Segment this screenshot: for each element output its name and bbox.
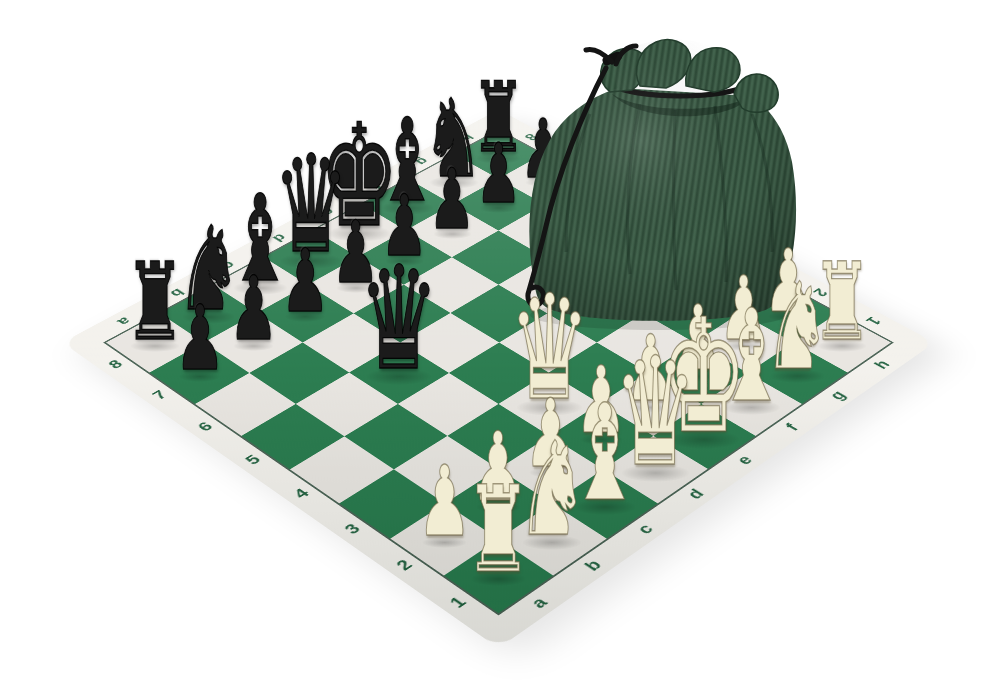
file-label-bottom-a: a [521,591,556,615]
drawstring-piece-bag [490,22,810,332]
rank-label-left-7: 7 [144,385,176,405]
scene: aabbccddeeffgghh1122334455667788 ♜♞♝♛♚♝♞… [0,0,1000,700]
file-label-bottom-b: b [575,553,610,576]
rank-label-left-5: 5 [236,449,269,470]
rank-label-left-8: 8 [100,355,131,374]
rank-label-left-6: 6 [189,417,221,438]
file-label-bottom-h: h [866,355,897,374]
file-label-bottom-g: g [821,385,853,405]
file-label-bottom-e: e [728,449,761,470]
file-label-bottom-c: c [628,518,662,541]
file-label-bottom-f: f [775,417,807,438]
file-label-bottom-d: d [679,483,713,505]
bag-graphic [490,22,810,332]
